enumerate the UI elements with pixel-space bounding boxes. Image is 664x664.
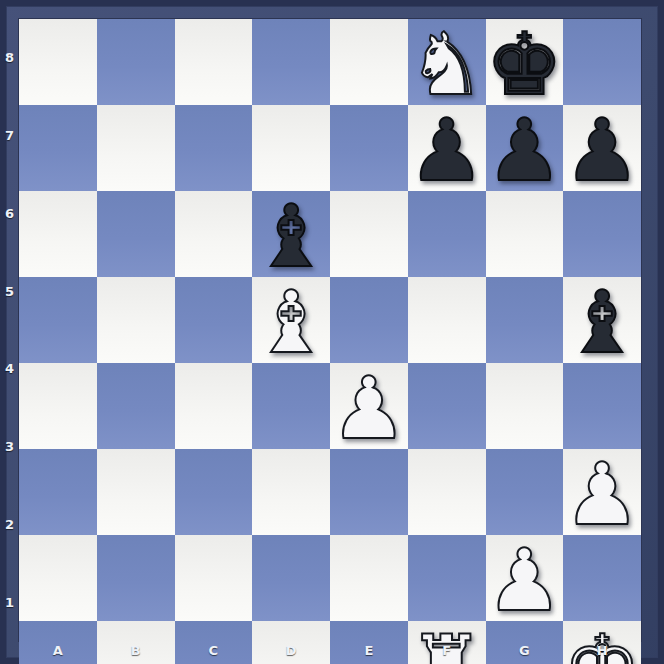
square-f6[interactable] bbox=[408, 191, 486, 277]
white-knight[interactable]: ♞ bbox=[408, 21, 485, 107]
rank-label-7: 7 bbox=[0, 97, 19, 175]
square-g7[interactable]: ♟ bbox=[486, 105, 564, 191]
rank-label-5: 5 bbox=[0, 252, 19, 330]
square-g6[interactable] bbox=[486, 191, 564, 277]
square-e7[interactable] bbox=[330, 105, 408, 191]
square-c5[interactable] bbox=[175, 277, 253, 363]
square-h7[interactable]: ♟ bbox=[563, 105, 641, 191]
square-b2[interactable] bbox=[97, 535, 175, 621]
square-f3[interactable] bbox=[408, 449, 486, 535]
square-h6[interactable] bbox=[563, 191, 641, 277]
square-d7[interactable] bbox=[252, 105, 330, 191]
white-bishop[interactable]: ♝ bbox=[253, 279, 330, 365]
square-a5[interactable] bbox=[19, 277, 97, 363]
file-label-c: C bbox=[175, 641, 253, 659]
square-d2[interactable] bbox=[252, 535, 330, 621]
square-b7[interactable] bbox=[97, 105, 175, 191]
square-d6[interactable]: ♝ bbox=[252, 191, 330, 277]
square-g4[interactable] bbox=[486, 363, 564, 449]
file-label-d: D bbox=[252, 641, 330, 659]
file-label-a: A bbox=[19, 641, 97, 659]
black-pawn[interactable]: ♟ bbox=[408, 107, 485, 193]
square-a8[interactable] bbox=[19, 19, 97, 105]
square-d8[interactable] bbox=[252, 19, 330, 105]
rank-label-2: 2 bbox=[0, 486, 19, 564]
file-label-b: B bbox=[97, 641, 175, 659]
chessboard-frame: 87654321 ♞♚♟♟♟♝♝♝♟♟♟♜♚ ABCDEFGH bbox=[0, 0, 664, 664]
black-pawn[interactable]: ♟ bbox=[564, 107, 641, 193]
rank-label-4: 4 bbox=[0, 330, 19, 408]
square-b8[interactable] bbox=[97, 19, 175, 105]
file-label-g: G bbox=[486, 641, 564, 659]
rank-label-1: 1 bbox=[0, 563, 19, 641]
square-e3[interactable] bbox=[330, 449, 408, 535]
square-h5[interactable]: ♝ bbox=[563, 277, 641, 363]
square-b3[interactable] bbox=[97, 449, 175, 535]
square-b5[interactable] bbox=[97, 277, 175, 363]
rank-label-8: 8 bbox=[0, 19, 19, 97]
black-bishop[interactable]: ♝ bbox=[253, 193, 330, 279]
square-g2[interactable]: ♟ bbox=[486, 535, 564, 621]
file-label-h: H bbox=[563, 641, 641, 659]
black-bishop[interactable]: ♝ bbox=[564, 279, 641, 365]
square-f5[interactable] bbox=[408, 277, 486, 363]
square-f8[interactable]: ♞ bbox=[408, 19, 486, 105]
square-b6[interactable] bbox=[97, 191, 175, 277]
square-g3[interactable] bbox=[486, 449, 564, 535]
rank-label-6: 6 bbox=[0, 175, 19, 253]
square-a3[interactable] bbox=[19, 449, 97, 535]
square-c4[interactable] bbox=[175, 363, 253, 449]
square-d3[interactable] bbox=[252, 449, 330, 535]
square-a2[interactable] bbox=[19, 535, 97, 621]
square-h8[interactable] bbox=[563, 19, 641, 105]
square-e5[interactable] bbox=[330, 277, 408, 363]
square-c7[interactable] bbox=[175, 105, 253, 191]
rank-label-3: 3 bbox=[0, 408, 19, 486]
square-d4[interactable] bbox=[252, 363, 330, 449]
square-g8[interactable]: ♚ bbox=[486, 19, 564, 105]
white-pawn[interactable]: ♟ bbox=[330, 365, 407, 451]
square-e6[interactable] bbox=[330, 191, 408, 277]
square-a4[interactable] bbox=[19, 363, 97, 449]
square-c8[interactable] bbox=[175, 19, 253, 105]
square-d5[interactable]: ♝ bbox=[252, 277, 330, 363]
file-label-e: E bbox=[330, 641, 408, 659]
square-g5[interactable] bbox=[486, 277, 564, 363]
square-c3[interactable] bbox=[175, 449, 253, 535]
square-e4[interactable]: ♟ bbox=[330, 363, 408, 449]
white-pawn[interactable]: ♟ bbox=[486, 537, 563, 623]
square-e2[interactable] bbox=[330, 535, 408, 621]
chessboard: ♞♚♟♟♟♝♝♝♟♟♟♜♚ bbox=[19, 19, 641, 641]
square-e8[interactable] bbox=[330, 19, 408, 105]
rank-labels: 87654321 bbox=[0, 19, 19, 641]
square-h4[interactable] bbox=[563, 363, 641, 449]
square-a6[interactable] bbox=[19, 191, 97, 277]
square-h2[interactable] bbox=[563, 535, 641, 621]
square-f7[interactable]: ♟ bbox=[408, 105, 486, 191]
square-f4[interactable] bbox=[408, 363, 486, 449]
white-pawn[interactable]: ♟ bbox=[564, 451, 641, 537]
black-pawn[interactable]: ♟ bbox=[486, 107, 563, 193]
square-a7[interactable] bbox=[19, 105, 97, 191]
black-king[interactable]: ♚ bbox=[486, 21, 563, 107]
square-b4[interactable] bbox=[97, 363, 175, 449]
square-c6[interactable] bbox=[175, 191, 253, 277]
square-c2[interactable] bbox=[175, 535, 253, 621]
file-labels: ABCDEFGH bbox=[19, 641, 641, 664]
square-h3[interactable]: ♟ bbox=[563, 449, 641, 535]
file-label-f: F bbox=[408, 641, 486, 659]
square-f2[interactable] bbox=[408, 535, 486, 621]
